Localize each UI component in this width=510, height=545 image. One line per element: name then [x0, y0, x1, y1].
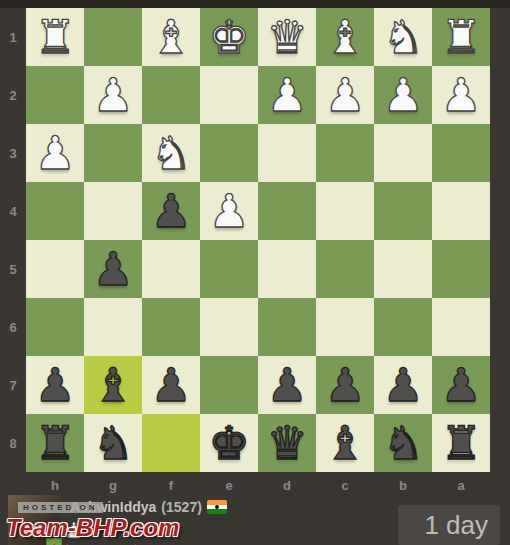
- square-a2[interactable]: ♟: [432, 66, 490, 124]
- square-c3[interactable]: [316, 124, 374, 182]
- square-f3[interactable]: ♞: [142, 124, 200, 182]
- square-c1[interactable]: ♝: [316, 8, 374, 66]
- white-pawn[interactable]: ♟: [324, 66, 365, 124]
- black-pawn[interactable]: ♟: [92, 240, 133, 298]
- file-label-g: g: [84, 474, 142, 496]
- square-e5[interactable]: [200, 240, 258, 298]
- square-h6[interactable]: [26, 298, 84, 356]
- square-a3[interactable]: [432, 124, 490, 182]
- rank-label-1: 1: [0, 8, 26, 66]
- player-bar: AshwinIddya (1527) ♟ 1 day: [0, 494, 510, 545]
- square-e4[interactable]: ♟: [200, 182, 258, 240]
- square-e7[interactable]: [200, 356, 258, 414]
- square-d8[interactable]: ♛: [258, 414, 316, 472]
- captured-pieces: ♟: [64, 518, 84, 543]
- black-knight[interactable]: ♞: [92, 414, 133, 472]
- square-g8[interactable]: ♞: [84, 414, 142, 472]
- square-e3[interactable]: [200, 124, 258, 182]
- file-label-h: h: [26, 474, 84, 496]
- square-b4[interactable]: [374, 182, 432, 240]
- square-b3[interactable]: [374, 124, 432, 182]
- square-b6[interactable]: [374, 298, 432, 356]
- black-pawn[interactable]: ♟: [150, 182, 191, 240]
- white-rook[interactable]: ♜: [440, 8, 481, 66]
- file-label-f: f: [142, 474, 200, 496]
- square-a5[interactable]: [432, 240, 490, 298]
- black-pawn[interactable]: ♟: [34, 356, 75, 414]
- india-flag-icon: [207, 500, 227, 514]
- square-h1[interactable]: ♜: [26, 8, 84, 66]
- square-g6[interactable]: [84, 298, 142, 356]
- player-rating: (1527): [161, 499, 201, 515]
- square-g7[interactable]: ♝: [84, 356, 142, 414]
- square-g1[interactable]: [84, 8, 142, 66]
- square-h8[interactable]: ♜: [26, 414, 84, 472]
- white-knight[interactable]: ♞: [150, 124, 191, 182]
- file-label-b: b: [374, 474, 432, 496]
- square-b2[interactable]: ♟: [374, 66, 432, 124]
- white-rook[interactable]: ♜: [34, 8, 75, 66]
- rank-label-8: 8: [0, 414, 26, 472]
- square-d7[interactable]: ♟: [258, 356, 316, 414]
- square-h5[interactable]: [26, 240, 84, 298]
- square-d4[interactable]: [258, 182, 316, 240]
- black-pawn[interactable]: ♟: [150, 356, 191, 414]
- square-f5[interactable]: [142, 240, 200, 298]
- square-d3[interactable]: [258, 124, 316, 182]
- white-pawn[interactable]: ♟: [266, 66, 307, 124]
- file-label-d: d: [258, 474, 316, 496]
- square-c5[interactable]: [316, 240, 374, 298]
- square-e6[interactable]: [200, 298, 258, 356]
- square-a7[interactable]: ♟: [432, 356, 490, 414]
- square-b7[interactable]: ♟: [374, 356, 432, 414]
- square-c4[interactable]: [316, 182, 374, 240]
- top-border-strip: [0, 0, 510, 8]
- file-labels: hgfedcba: [26, 474, 490, 496]
- square-b1[interactable]: ♞: [374, 8, 432, 66]
- white-knight[interactable]: ♞: [382, 8, 423, 66]
- square-h4[interactable]: [26, 182, 84, 240]
- white-bishop[interactable]: ♝: [324, 8, 365, 66]
- chess-board[interactable]: ♜♝♚♛♝♞♜♟♟♟♟♟♟♞♟♟♟♟♝♟♟♟♟♟♜♞♚♛♝♞♜: [26, 8, 490, 472]
- square-a6[interactable]: [432, 298, 490, 356]
- black-bishop[interactable]: ♝: [324, 414, 365, 472]
- rank-label-3: 3: [0, 124, 26, 182]
- square-d1[interactable]: ♛: [258, 8, 316, 66]
- white-pawn[interactable]: ♟: [92, 66, 133, 124]
- player-name[interactable]: AshwinIddya: [70, 499, 156, 515]
- square-g3[interactable]: [84, 124, 142, 182]
- avatar-badge: [46, 538, 62, 545]
- rank-label-4: 4: [0, 182, 26, 240]
- black-knight[interactable]: ♞: [382, 414, 423, 472]
- rank-label-6: 6: [0, 298, 26, 356]
- black-pawn[interactable]: ♟: [382, 356, 423, 414]
- square-e1[interactable]: ♚: [200, 8, 258, 66]
- black-pawn[interactable]: ♟: [324, 356, 365, 414]
- square-e8[interactable]: ♚: [200, 414, 258, 472]
- square-g2[interactable]: ♟: [84, 66, 142, 124]
- white-pawn[interactable]: ♟: [34, 124, 75, 182]
- white-pawn[interactable]: ♟: [208, 182, 249, 240]
- square-h7[interactable]: ♟: [26, 356, 84, 414]
- square-b8[interactable]: ♞: [374, 414, 432, 472]
- square-d6[interactable]: [258, 298, 316, 356]
- black-rook[interactable]: ♜: [34, 414, 75, 472]
- rank-label-5: 5: [0, 240, 26, 298]
- square-c7[interactable]: ♟: [316, 356, 374, 414]
- player-clock: 1 day: [398, 505, 500, 545]
- square-b5[interactable]: [374, 240, 432, 298]
- square-g4[interactable]: [84, 182, 142, 240]
- square-d2[interactable]: ♟: [258, 66, 316, 124]
- square-c6[interactable]: [316, 298, 374, 356]
- square-e2[interactable]: [200, 66, 258, 124]
- white-king[interactable]: ♚: [208, 8, 249, 66]
- captured-white-pawn: ♟: [64, 518, 84, 543]
- black-king[interactable]: ♚: [208, 414, 249, 472]
- square-a8[interactable]: ♜: [432, 414, 490, 472]
- black-bishop[interactable]: ♝: [92, 356, 133, 414]
- rank-label-7: 7: [0, 356, 26, 414]
- square-a4[interactable]: [432, 182, 490, 240]
- square-g5[interactable]: ♟: [84, 240, 142, 298]
- file-label-e: e: [200, 474, 258, 496]
- square-a1[interactable]: ♜: [432, 8, 490, 66]
- square-f2[interactable]: [142, 66, 200, 124]
- square-d5[interactable]: [258, 240, 316, 298]
- white-bishop[interactable]: ♝: [150, 8, 191, 66]
- square-f8[interactable]: [142, 414, 200, 472]
- file-label-c: c: [316, 474, 374, 496]
- square-c8[interactable]: ♝: [316, 414, 374, 472]
- square-f1[interactable]: ♝: [142, 8, 200, 66]
- file-label-a: a: [432, 474, 490, 496]
- rank-label-2: 2: [0, 66, 26, 124]
- square-f6[interactable]: [142, 298, 200, 356]
- white-pawn[interactable]: ♟: [382, 66, 423, 124]
- white-pawn[interactable]: ♟: [440, 66, 481, 124]
- black-pawn[interactable]: ♟: [440, 356, 481, 414]
- rank-labels: 12345678: [0, 8, 26, 472]
- black-rook[interactable]: ♜: [440, 414, 481, 472]
- square-h2[interactable]: [26, 66, 84, 124]
- square-f4[interactable]: ♟: [142, 182, 200, 240]
- white-queen[interactable]: ♛: [266, 8, 307, 66]
- black-pawn[interactable]: ♟: [266, 356, 307, 414]
- square-h3[interactable]: ♟: [26, 124, 84, 182]
- square-f7[interactable]: ♟: [142, 356, 200, 414]
- square-c2[interactable]: ♟: [316, 66, 374, 124]
- black-queen[interactable]: ♛: [266, 414, 307, 472]
